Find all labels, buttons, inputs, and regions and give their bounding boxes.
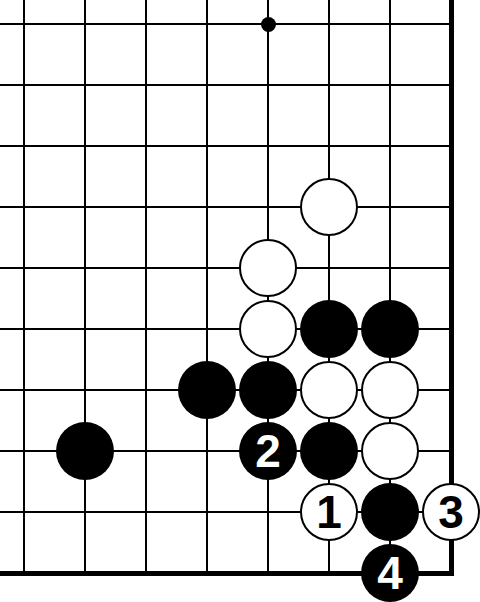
stone-black (361, 300, 419, 358)
stone-black (239, 361, 297, 419)
intersection (299, 177, 360, 238)
intersection: 4 (360, 543, 421, 602)
intersection (238, 360, 299, 421)
stone-white (300, 361, 358, 419)
intersection (177, 360, 238, 421)
stone-white-move-1: 1 (300, 483, 358, 541)
stone-white (239, 300, 297, 358)
stone-white-move-3: 3 (422, 483, 480, 541)
intersection (299, 360, 360, 421)
intersection (299, 421, 360, 482)
intersection: 1 (299, 482, 360, 543)
stone-white (361, 422, 419, 480)
stones-layer: 2134 (0, 0, 480, 602)
stone-black-move-4: 4 (361, 544, 419, 602)
stone-black (56, 422, 114, 480)
stone-white (361, 361, 419, 419)
stone-black (361, 483, 419, 541)
intersection: 3 (421, 482, 480, 543)
intersection (360, 360, 421, 421)
intersection (299, 299, 360, 360)
intersection (55, 421, 116, 482)
stone-black-move-2: 2 (239, 422, 297, 480)
intersection (360, 421, 421, 482)
intersection (238, 299, 299, 360)
stone-black (300, 300, 358, 358)
intersection (238, 238, 299, 299)
stone-black (300, 422, 358, 480)
go-board: 2134 (0, 0, 480, 602)
intersection (360, 482, 421, 543)
stone-black (178, 361, 236, 419)
intersection (360, 299, 421, 360)
stone-white (300, 178, 358, 236)
stone-white (239, 239, 297, 297)
intersection: 2 (238, 421, 299, 482)
